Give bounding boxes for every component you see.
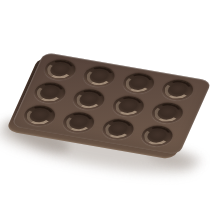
muffin-cup	[41, 57, 79, 82]
muffin-cup	[99, 117, 137, 142]
muffin-cup	[109, 94, 147, 119]
muffin-cup	[119, 71, 157, 96]
muffin-cup	[20, 103, 58, 128]
muffin-cup	[148, 101, 186, 126]
muffin-cup	[80, 64, 118, 89]
muffin-cup	[158, 78, 196, 103]
muffin-cup	[70, 87, 108, 112]
muffin-cup	[138, 124, 176, 149]
product-photo-canvas	[0, 0, 214, 214]
muffin-cup	[60, 110, 98, 135]
muffin-cup	[31, 80, 69, 105]
